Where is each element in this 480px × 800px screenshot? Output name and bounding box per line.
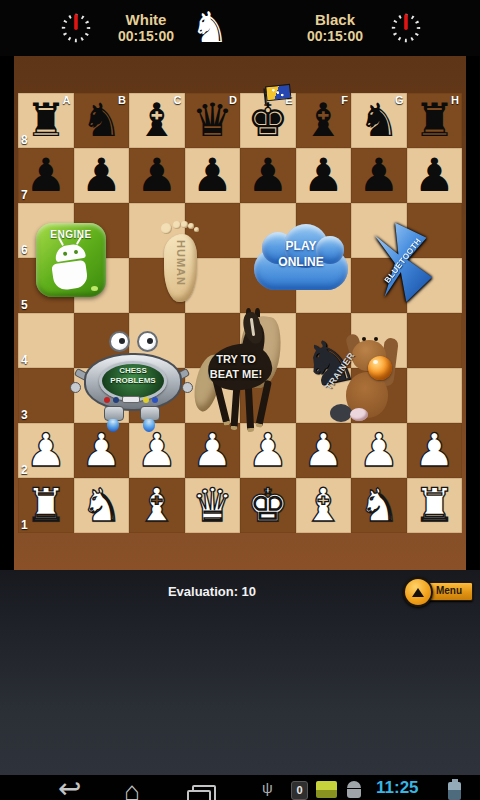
chess-problems-label: CHESS PROBLEMS bbox=[99, 366, 167, 386]
rank-label-1: 1 bbox=[21, 518, 28, 532]
clock-bar: White 00:15:00 ♞ Black 00:15:00 bbox=[0, 0, 480, 56]
white-knight: ♞ bbox=[74, 478, 130, 532]
square-b7[interactable]: ♟ bbox=[74, 148, 130, 203]
square-a4[interactable]: 4 bbox=[18, 313, 74, 368]
square-g8[interactable]: G♞ bbox=[351, 93, 407, 148]
try-to-beat-me-label: TRY TO BEAT ME! bbox=[198, 352, 274, 382]
battery-widget-icon bbox=[316, 781, 337, 798]
white-player-label: White bbox=[100, 11, 192, 28]
square-h4[interactable] bbox=[407, 313, 463, 368]
robot-icon bbox=[109, 331, 130, 352]
square-c7[interactable]: ♟ bbox=[129, 148, 185, 203]
white-pawn: ♟ bbox=[74, 423, 130, 477]
square-a7[interactable]: 7♟ bbox=[18, 148, 74, 203]
chess-board-frame: A8♜B♞C♝D♛E♚F♝G♞H♜7♟♟♟♟♟♟♟♟65432♟♟♟♟♟♟♟♟1… bbox=[14, 56, 466, 570]
square-e7[interactable]: ♟ bbox=[240, 148, 296, 203]
square-f8[interactable]: F♝ bbox=[296, 93, 352, 148]
square-c1[interactable]: ♝ bbox=[129, 478, 185, 533]
white-pawn: ♟ bbox=[351, 423, 407, 477]
notification-badge: 0 bbox=[291, 781, 308, 800]
try-to-beat-me-button[interactable]: TRY TO BEAT ME! bbox=[194, 314, 306, 434]
white-pawn: ♟ bbox=[129, 423, 185, 477]
rank-label-5: 5 bbox=[21, 298, 28, 312]
white-time: 00:15:00 bbox=[100, 28, 192, 44]
back-button[interactable]: ↩ bbox=[58, 775, 81, 800]
black-clock: Black 00:15:00 bbox=[289, 11, 381, 44]
square-f7[interactable]: ♟ bbox=[296, 148, 352, 203]
evaluation-text: Evaluation: 10 bbox=[92, 584, 332, 599]
square-a2[interactable]: 2♟ bbox=[18, 423, 74, 478]
square-g2[interactable]: ♟ bbox=[351, 423, 407, 478]
white-clock-dial-icon bbox=[60, 8, 92, 46]
file-label-d: D bbox=[229, 94, 237, 106]
menu-arrow-icon[interactable] bbox=[403, 577, 433, 607]
square-b2[interactable]: ♟ bbox=[74, 423, 130, 478]
play-online-button[interactable]: PLAY ONLINE bbox=[254, 224, 348, 294]
flag-marker-icon bbox=[263, 83, 295, 105]
square-a1[interactable]: 1♜ bbox=[18, 478, 74, 533]
white-queen: ♛ bbox=[185, 478, 241, 532]
square-d1[interactable]: ♛ bbox=[185, 478, 241, 533]
rank-label-6: 6 bbox=[21, 243, 28, 257]
bluetooth-mode-button[interactable]: BLUETOOTH bbox=[374, 222, 432, 302]
android-status-icon bbox=[347, 781, 361, 788]
ball-icon bbox=[368, 356, 392, 380]
play-online-label: PLAY ONLINE bbox=[254, 238, 348, 270]
square-h3[interactable] bbox=[407, 368, 463, 423]
file-label-g: G bbox=[395, 94, 404, 106]
system-clock: 11:25 bbox=[376, 778, 419, 798]
white-rook: ♜ bbox=[407, 478, 463, 532]
human-mode-button[interactable]: HUMAN bbox=[158, 221, 204, 305]
square-d8[interactable]: D♛ bbox=[185, 93, 241, 148]
square-a3[interactable]: 3 bbox=[18, 368, 74, 423]
square-h2[interactable]: ♟ bbox=[407, 423, 463, 478]
white-bishop: ♝ bbox=[296, 478, 352, 532]
square-c8[interactable]: C♝ bbox=[129, 93, 185, 148]
engine-label: ENGINE bbox=[36, 229, 106, 240]
white-pawn: ♟ bbox=[407, 423, 463, 477]
square-e1[interactable]: ♚ bbox=[240, 478, 296, 533]
engine-mode-button[interactable]: ENGINE bbox=[36, 223, 106, 297]
square-h8[interactable]: H♜ bbox=[407, 93, 463, 148]
system-bar: ↩ ⌂ ψ 0 11:25 bbox=[0, 775, 480, 800]
square-b8[interactable]: B♞ bbox=[74, 93, 130, 148]
rank-label-7: 7 bbox=[21, 188, 28, 202]
square-f1[interactable]: ♝ bbox=[296, 478, 352, 533]
black-time: 00:15:00 bbox=[289, 28, 381, 44]
chess-problems-button[interactable]: CHESS PROBLEMS bbox=[82, 330, 182, 430]
rank-label-4: 4 bbox=[21, 353, 28, 367]
usb-icon: ψ bbox=[262, 779, 273, 796]
black-player-label: Black bbox=[289, 11, 381, 28]
square-h7[interactable]: ♟ bbox=[407, 148, 463, 203]
file-label-b: B bbox=[118, 94, 126, 106]
black-pawn: ♟ bbox=[74, 148, 130, 202]
rank-label-3: 3 bbox=[21, 408, 28, 422]
black-pawn: ♟ bbox=[185, 148, 241, 202]
menu-button[interactable]: Menu bbox=[403, 576, 471, 605]
chess-board: A8♜B♞C♝D♛E♚F♝G♞H♜7♟♟♟♟♟♟♟♟65432♟♟♟♟♟♟♟♟1… bbox=[18, 93, 462, 533]
square-b1[interactable]: ♞ bbox=[74, 478, 130, 533]
black-pawn: ♟ bbox=[407, 148, 463, 202]
rank-label-2: 2 bbox=[21, 463, 28, 477]
square-g1[interactable]: ♞ bbox=[351, 478, 407, 533]
file-label-f: F bbox=[341, 94, 348, 106]
human-label: HUMAN bbox=[175, 234, 187, 292]
file-label-a: A bbox=[63, 94, 71, 106]
file-label-c: C bbox=[174, 94, 182, 106]
white-knight: ♞ bbox=[351, 478, 407, 532]
home-button[interactable]: ⌂ bbox=[124, 778, 140, 800]
white-king: ♚ bbox=[240, 478, 296, 532]
app-screen: White 00:15:00 ♞ Black 00:15:00 A8♜B♞C♝D… bbox=[0, 0, 480, 800]
black-pawn: ♟ bbox=[240, 148, 296, 202]
file-label-h: H bbox=[451, 94, 459, 106]
black-clock-dial-icon bbox=[390, 8, 422, 46]
rank-label-8: 8 bbox=[21, 133, 28, 147]
square-a8[interactable]: A8♜ bbox=[18, 93, 74, 148]
white-bishop: ♝ bbox=[129, 478, 185, 532]
square-d7[interactable]: ♟ bbox=[185, 148, 241, 203]
knight-logo-icon: ♞ bbox=[191, 4, 229, 52]
square-g7[interactable]: ♟ bbox=[351, 148, 407, 203]
white-clock: White 00:15:00 bbox=[100, 11, 192, 44]
black-pawn: ♟ bbox=[129, 148, 185, 202]
black-pawn: ♟ bbox=[296, 148, 352, 202]
square-h1[interactable]: ♜ bbox=[407, 478, 463, 533]
black-pawn: ♟ bbox=[351, 148, 407, 202]
trainer-button[interactable]: ♞ TRAINER bbox=[306, 328, 406, 430]
square-c2[interactable]: ♟ bbox=[129, 423, 185, 478]
